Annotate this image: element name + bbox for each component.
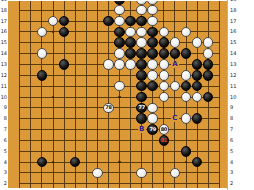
- stone-black[interactable]: 77: [136, 103, 147, 114]
- grid-line-vertical: [219, 1, 220, 188]
- stone-black[interactable]: [59, 59, 70, 70]
- stone-black[interactable]: [114, 37, 125, 48]
- stone-white[interactable]: [114, 16, 125, 27]
- stone-white[interactable]: [114, 5, 125, 16]
- grid-line-horizontal: [19, 172, 219, 173]
- stone-black[interactable]: [159, 48, 170, 59]
- row-label-right: 13: [230, 62, 240, 67]
- row-label-right: 2: [230, 181, 240, 186]
- stone-black[interactable]: [136, 16, 147, 27]
- stone-black[interactable]: [136, 81, 147, 92]
- row-label-right: 3: [230, 170, 240, 175]
- row-label-left: 2: [0, 181, 7, 186]
- stone-black[interactable]: [181, 146, 192, 157]
- stone-black[interactable]: [192, 81, 203, 92]
- row-label-left: 18: [0, 8, 7, 13]
- move-number: 79: [150, 127, 156, 132]
- row-label-right: 4: [230, 160, 240, 165]
- stone-white[interactable]: [147, 70, 158, 81]
- row-label-left: 15: [0, 40, 7, 45]
- stone-white[interactable]: [125, 59, 136, 70]
- stone-black[interactable]: [147, 81, 158, 92]
- row-label-left: 16: [0, 29, 7, 34]
- stone-black[interactable]: [37, 70, 48, 81]
- grid-line-horizontal: [19, 129, 219, 130]
- row-label-left: 5: [0, 149, 7, 154]
- row-label-left: 19: [0, 0, 7, 2]
- stone-white[interactable]: [147, 103, 158, 114]
- stone-white[interactable]: [114, 81, 125, 92]
- stone-white[interactable]: [147, 5, 158, 16]
- stone-black[interactable]: [203, 70, 214, 81]
- stone-white[interactable]: [136, 37, 147, 48]
- grid-line-horizontal: [19, 183, 219, 184]
- stone-white[interactable]: [147, 59, 158, 70]
- stone-white[interactable]: [125, 27, 136, 38]
- stone-black[interactable]: [136, 48, 147, 59]
- stone-black[interactable]: [103, 16, 114, 27]
- stone-black[interactable]: [181, 48, 192, 59]
- stone-white[interactable]: [181, 92, 192, 103]
- letter-mark-c: C: [171, 115, 179, 122]
- row-label-right: 11: [230, 84, 240, 89]
- stone-black[interactable]: 81: [159, 135, 170, 146]
- stone-black[interactable]: [192, 70, 203, 81]
- stone-black[interactable]: [203, 59, 214, 70]
- stone-black[interactable]: [136, 70, 147, 81]
- stone-black[interactable]: [136, 113, 147, 124]
- stone-white[interactable]: [114, 59, 125, 70]
- row-label-right: 16: [230, 29, 240, 34]
- stone-black[interactable]: [70, 157, 81, 168]
- grid-line-vertical: [108, 1, 109, 188]
- stone-white[interactable]: [170, 168, 181, 179]
- row-label-left: 7: [0, 127, 7, 132]
- stone-white[interactable]: [147, 113, 158, 124]
- row-label-right: 14: [230, 51, 240, 56]
- stone-black[interactable]: [192, 157, 203, 168]
- grid-line-vertical: [97, 1, 98, 188]
- stone-white[interactable]: [92, 168, 103, 179]
- star-point: [52, 96, 55, 99]
- stone-black[interactable]: [125, 48, 136, 59]
- grid-line-vertical: [30, 1, 31, 188]
- grid-line-horizontal: [19, 107, 219, 108]
- stone-white[interactable]: [136, 27, 147, 38]
- stone-black[interactable]: [147, 48, 158, 59]
- row-label-right: 17: [230, 19, 240, 24]
- stone-black[interactable]: [59, 27, 70, 38]
- stone-white[interactable]: [203, 48, 214, 59]
- move-number: 80: [161, 127, 167, 132]
- stone-white[interactable]: [48, 16, 59, 27]
- stone-white[interactable]: 80: [159, 124, 170, 135]
- stone-white[interactable]: [103, 59, 114, 70]
- letter-mark-a: A: [171, 61, 179, 68]
- stone-black[interactable]: [125, 16, 136, 27]
- row-label-left: 9: [0, 105, 7, 110]
- stone-black[interactable]: [59, 16, 70, 27]
- stone-black[interactable]: [125, 37, 136, 48]
- stone-black[interactable]: 79: [147, 124, 158, 135]
- row-label-right: 6: [230, 138, 240, 143]
- move-number: 78: [105, 105, 111, 110]
- stone-black[interactable]: [147, 37, 158, 48]
- stone-black[interactable]: [159, 37, 170, 48]
- row-label-right: 19: [230, 0, 240, 2]
- stone-black[interactable]: [37, 157, 48, 168]
- board-edge-divider: [227, 0, 228, 190]
- row-label-right: 7: [230, 127, 240, 132]
- stone-black[interactable]: [136, 92, 147, 103]
- letter-mark-b: B: [138, 126, 146, 133]
- row-label-left: 4: [0, 160, 7, 165]
- row-label-left: 3: [0, 170, 7, 175]
- move-number: 81: [161, 138, 167, 143]
- grid-line-vertical: [53, 1, 54, 188]
- row-label-right: 8: [230, 116, 240, 121]
- grid-line-vertical: [86, 1, 87, 188]
- stone-white[interactable]: [37, 27, 48, 38]
- row-label-right: 15: [230, 40, 240, 45]
- stone-white[interactable]: [181, 113, 192, 124]
- row-label-left: 13: [0, 62, 7, 67]
- row-label-left: 12: [0, 73, 7, 78]
- stone-white[interactable]: [203, 37, 214, 48]
- stone-white[interactable]: [170, 37, 181, 48]
- stone-white[interactable]: [159, 70, 170, 81]
- stone-black[interactable]: [181, 81, 192, 92]
- stone-black[interactable]: [147, 27, 158, 38]
- row-label-right: 10: [230, 95, 240, 100]
- row-label-left: 6: [0, 138, 7, 143]
- row-label-right: 9: [230, 105, 240, 110]
- row-label-left: 10: [0, 95, 7, 100]
- stone-white[interactable]: 78: [103, 103, 114, 114]
- stone-white[interactable]: [181, 70, 192, 81]
- stone-white[interactable]: [181, 27, 192, 38]
- grid-line-horizontal: [19, 140, 219, 141]
- row-label-right: 12: [230, 73, 240, 78]
- stone-black[interactable]: [114, 27, 125, 38]
- star-point: [118, 96, 121, 99]
- stone-black[interactable]: [170, 48, 181, 59]
- stone-white[interactable]: [136, 5, 147, 16]
- stone-white[interactable]: [192, 37, 203, 48]
- stone-black[interactable]: [192, 59, 203, 70]
- row-label-left: 17: [0, 19, 7, 24]
- go-board-panel: 7877798081ABC 19181716151413121110987654…: [0, 0, 254, 190]
- row-label-right: 5: [230, 149, 240, 154]
- row-label-left: 14: [0, 51, 7, 56]
- stone-white[interactable]: [136, 168, 147, 179]
- stone-white[interactable]: [159, 59, 170, 70]
- stone-white[interactable]: [159, 27, 170, 38]
- stone-white[interactable]: [159, 92, 170, 103]
- stone-white[interactable]: [192, 92, 203, 103]
- row-label-right: 18: [230, 8, 240, 13]
- go-board[interactable]: 7877798081ABC: [8, 1, 227, 188]
- row-label-left: 11: [0, 84, 7, 89]
- stone-white[interactable]: [114, 48, 125, 59]
- stone-black[interactable]: [136, 59, 147, 70]
- move-number: 77: [138, 105, 144, 110]
- row-label-left: 8: [0, 116, 7, 121]
- stone-white[interactable]: [37, 48, 48, 59]
- stone-black[interactable]: [192, 113, 203, 124]
- stone-white[interactable]: [159, 81, 170, 92]
- grid-line-vertical: [19, 1, 20, 188]
- grid-line-vertical: [174, 1, 175, 188]
- stone-white[interactable]: [170, 81, 181, 92]
- stone-black[interactable]: [203, 92, 214, 103]
- stone-white[interactable]: [147, 16, 158, 27]
